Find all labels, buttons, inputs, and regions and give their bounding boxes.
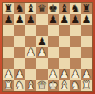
white-pawn: ♟ xyxy=(4,69,13,79)
black-rook: ♜ xyxy=(4,3,13,13)
black-knight: ♞ xyxy=(15,3,24,13)
black-knight: ♞ xyxy=(71,3,80,13)
square-b4[interactable] xyxy=(14,47,25,58)
square-f7[interactable]: ♟ xyxy=(59,14,70,25)
square-b3[interactable] xyxy=(14,58,25,69)
white-rook: ♜ xyxy=(4,80,13,90)
square-d2[interactable] xyxy=(36,69,47,80)
square-e8[interactable]: ♚ xyxy=(48,3,59,14)
square-e1[interactable]: ♚ xyxy=(48,80,59,91)
black-bishop: ♝ xyxy=(26,3,35,13)
square-b7[interactable]: ♟ xyxy=(14,14,25,25)
square-g4[interactable] xyxy=(70,47,81,58)
square-a7[interactable]: ♟ xyxy=(3,14,14,25)
white-pawn: ♟ xyxy=(15,69,24,79)
square-d7[interactable] xyxy=(36,14,47,25)
square-e4[interactable] xyxy=(48,47,59,58)
black-pawn: ♟ xyxy=(15,14,24,24)
white-king: ♚ xyxy=(48,80,57,90)
square-a5[interactable] xyxy=(3,36,14,47)
square-b1[interactable]: ♞ xyxy=(14,80,25,91)
white-knight: ♞ xyxy=(71,80,80,90)
white-pawn: ♟ xyxy=(37,47,46,57)
square-h8[interactable]: ♜ xyxy=(81,3,92,14)
square-d4[interactable]: ♟ xyxy=(36,47,47,58)
square-f5[interactable] xyxy=(59,36,70,47)
square-g8[interactable]: ♞ xyxy=(70,3,81,14)
black-pawn: ♟ xyxy=(48,14,57,24)
square-a3[interactable] xyxy=(3,58,14,69)
square-e5[interactable] xyxy=(48,36,59,47)
square-e7[interactable]: ♟ xyxy=(48,14,59,25)
chess-board: ♜♞♝♛♚♝♞♜♟♟♟♟♟♟♟♟♟♟♟♟♟♟♟♟♜♞♝♛♚♝♞♜ xyxy=(3,3,92,91)
black-pawn: ♟ xyxy=(71,14,80,24)
black-pawn: ♟ xyxy=(4,14,13,24)
square-c6[interactable] xyxy=(25,25,36,36)
square-e2[interactable]: ♟ xyxy=(48,69,59,80)
board-frame: ♜♞♝♛♚♝♞♜♟♟♟♟♟♟♟♟♟♟♟♟♟♟♟♟♜♞♝♛♚♝♞♜ xyxy=(0,0,95,94)
square-h4[interactable] xyxy=(81,47,92,58)
square-h1[interactable]: ♜ xyxy=(81,80,92,91)
square-e3[interactable] xyxy=(48,58,59,69)
white-pawn: ♟ xyxy=(26,47,35,57)
square-g2[interactable]: ♟ xyxy=(70,69,81,80)
square-c2[interactable] xyxy=(25,69,36,80)
square-d5[interactable]: ♟ xyxy=(36,36,47,47)
square-b5[interactable] xyxy=(14,36,25,47)
square-h2[interactable]: ♟ xyxy=(81,69,92,80)
square-b6[interactable] xyxy=(14,25,25,36)
square-h5[interactable] xyxy=(81,36,92,47)
white-pawn: ♟ xyxy=(82,69,91,79)
black-pawn: ♟ xyxy=(26,14,35,24)
white-pawn: ♟ xyxy=(59,69,68,79)
white-knight: ♞ xyxy=(15,80,24,90)
square-c4[interactable]: ♟ xyxy=(25,47,36,58)
square-c1[interactable]: ♝ xyxy=(25,80,36,91)
black-queen: ♛ xyxy=(37,3,46,13)
square-a8[interactable]: ♜ xyxy=(3,3,14,14)
square-a4[interactable] xyxy=(3,47,14,58)
square-d1[interactable]: ♛ xyxy=(36,80,47,91)
square-b2[interactable]: ♟ xyxy=(14,69,25,80)
white-pawn: ♟ xyxy=(48,69,57,79)
black-bishop: ♝ xyxy=(59,3,68,13)
square-c7[interactable]: ♟ xyxy=(25,14,36,25)
square-a2[interactable]: ♟ xyxy=(3,69,14,80)
square-h3[interactable] xyxy=(81,58,92,69)
black-rook: ♜ xyxy=(82,3,91,13)
square-c3[interactable] xyxy=(25,58,36,69)
white-rook: ♜ xyxy=(82,80,91,90)
square-g5[interactable] xyxy=(70,36,81,47)
white-pawn: ♟ xyxy=(71,69,80,79)
square-g1[interactable]: ♞ xyxy=(70,80,81,91)
square-f4[interactable] xyxy=(59,47,70,58)
black-pawn: ♟ xyxy=(37,36,46,46)
square-h7[interactable]: ♟ xyxy=(81,14,92,25)
white-bishop: ♝ xyxy=(26,80,35,90)
square-f8[interactable]: ♝ xyxy=(59,3,70,14)
square-c5[interactable] xyxy=(25,36,36,47)
square-h6[interactable] xyxy=(81,25,92,36)
square-f1[interactable]: ♝ xyxy=(59,80,70,91)
square-f3[interactable] xyxy=(59,58,70,69)
square-f2[interactable]: ♟ xyxy=(59,69,70,80)
square-g3[interactable] xyxy=(70,58,81,69)
square-e6[interactable] xyxy=(48,25,59,36)
white-bishop: ♝ xyxy=(59,80,68,90)
black-pawn: ♟ xyxy=(59,14,68,24)
square-d3[interactable] xyxy=(36,58,47,69)
square-a1[interactable]: ♜ xyxy=(3,80,14,91)
square-a6[interactable] xyxy=(3,25,14,36)
square-b8[interactable]: ♞ xyxy=(14,3,25,14)
square-f6[interactable] xyxy=(59,25,70,36)
square-d6[interactable] xyxy=(36,25,47,36)
square-d8[interactable]: ♛ xyxy=(36,3,47,14)
square-g7[interactable]: ♟ xyxy=(70,14,81,25)
square-c8[interactable]: ♝ xyxy=(25,3,36,14)
white-queen: ♛ xyxy=(37,80,46,90)
square-g6[interactable] xyxy=(70,25,81,36)
black-pawn: ♟ xyxy=(82,14,91,24)
black-king: ♚ xyxy=(48,3,57,13)
